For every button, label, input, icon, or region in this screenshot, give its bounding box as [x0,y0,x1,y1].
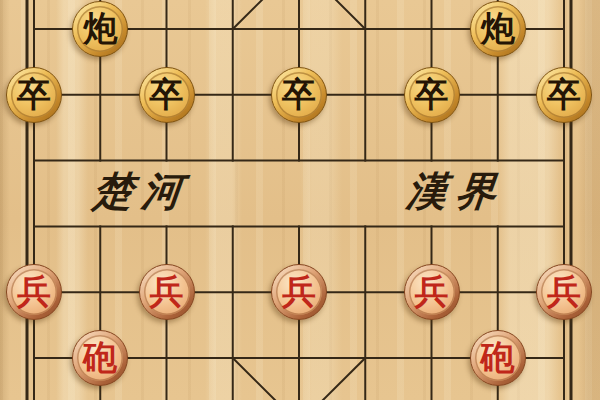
piece-red-soldier-5[interactable]: 兵 [536,264,592,320]
piece-black-cannon-left[interactable]: 炮 [72,1,128,57]
red-piece-glyph: 砲 [83,340,117,374]
piece-red-cannon-left[interactable]: 砲 [72,330,128,386]
black-piece-glyph: 炮 [481,11,515,45]
piece-black-soldier-4[interactable]: 卒 [404,67,460,123]
piece-red-soldier-3[interactable]: 兵 [271,264,327,320]
red-piece-glyph: 兵 [150,274,184,308]
black-piece-glyph: 卒 [547,77,581,111]
red-piece-glyph: 兵 [415,274,449,308]
xiangqi-board: 楚河 漢界 炮炮卒卒卒卒卒兵兵兵兵砲砲兵 [0,0,600,400]
red-piece-glyph: 兵 [282,274,316,308]
black-piece-glyph: 卒 [150,77,184,111]
piece-black-cannon-right[interactable]: 炮 [470,1,526,57]
piece-red-soldier-1[interactable]: 兵 [6,264,62,320]
piece-red-soldier-4[interactable]: 兵 [404,264,460,320]
black-piece-glyph: 卒 [17,77,51,111]
piece-black-soldier-1[interactable]: 卒 [6,67,62,123]
black-piece-glyph: 卒 [415,77,449,111]
black-piece-glyph: 炮 [83,11,117,45]
red-piece-glyph: 砲 [481,340,515,374]
red-piece-glyph: 兵 [547,274,581,308]
piece-red-soldier-2[interactable]: 兵 [139,264,195,320]
piece-layer: 炮炮卒卒卒卒卒兵兵兵兵砲砲兵 [1,0,597,391]
piece-black-soldier-3[interactable]: 卒 [271,67,327,123]
piece-red-cannon-right[interactable]: 砲 [470,330,526,386]
red-piece-glyph: 兵 [17,274,51,308]
black-piece-glyph: 卒 [282,77,316,111]
piece-black-soldier-5[interactable]: 卒 [536,67,592,123]
piece-black-soldier-2[interactable]: 卒 [139,67,195,123]
